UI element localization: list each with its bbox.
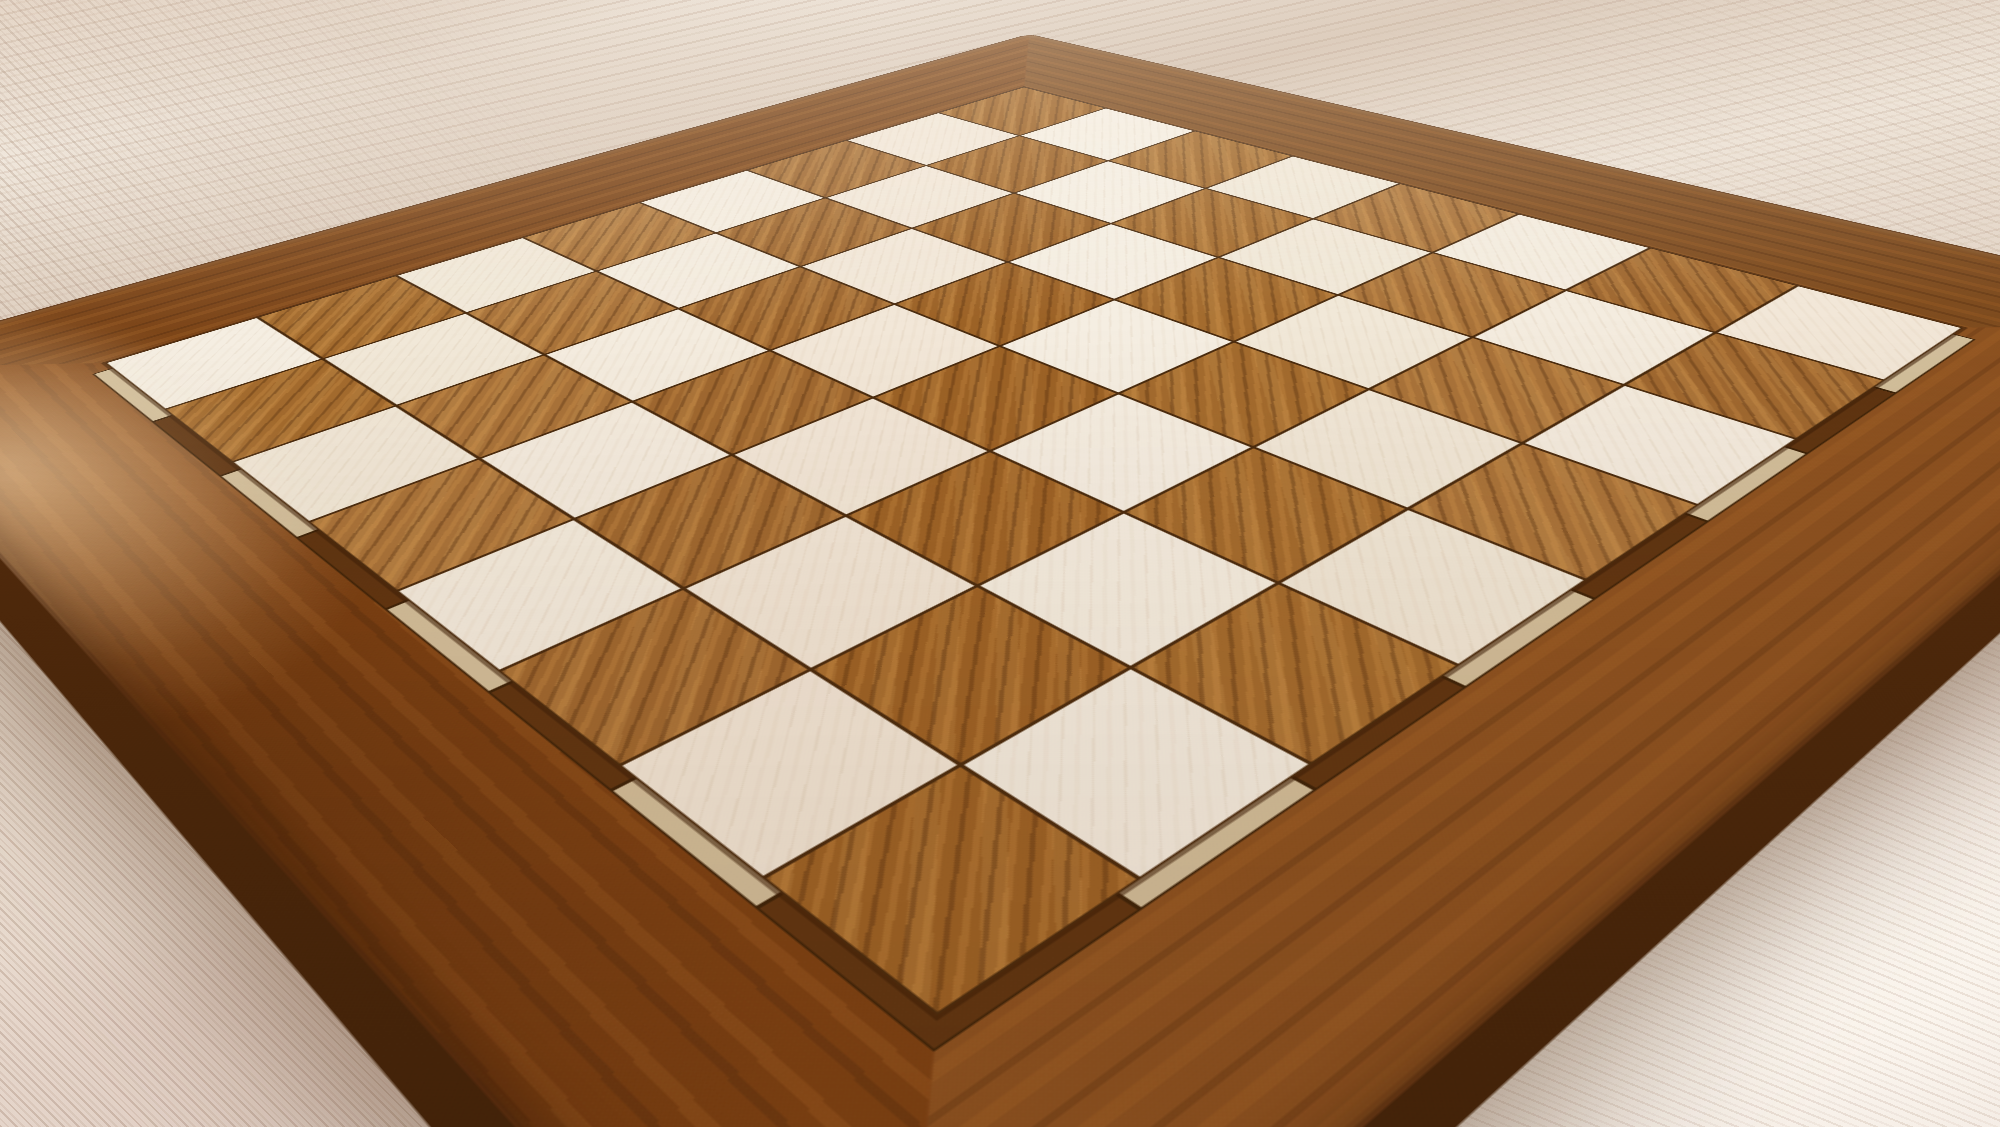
scene: [0, 0, 2000, 1127]
chess-board: [105, 87, 1963, 1015]
